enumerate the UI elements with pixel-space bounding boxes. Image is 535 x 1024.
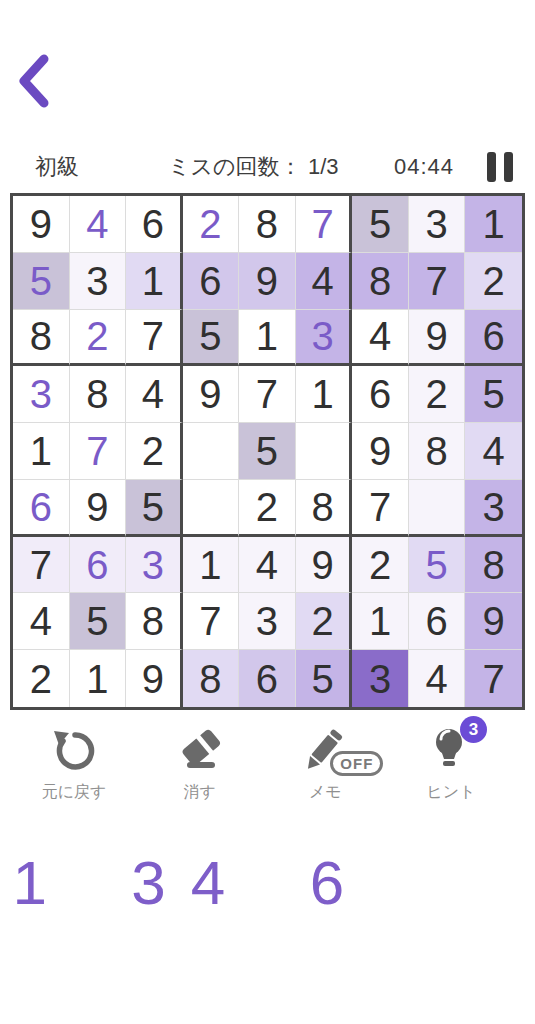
cell-r6c9[interactable]: 3 — [465, 480, 522, 537]
cell-r1c5[interactable]: 8 — [239, 196, 296, 253]
given-digit: 8 — [30, 316, 52, 356]
cell-r3c9[interactable]: 6 — [465, 310, 522, 367]
given-digit: 1 — [256, 316, 278, 356]
cell-r4c8[interactable]: 2 — [409, 366, 466, 423]
given-digit: 3 — [256, 601, 278, 641]
sudoku-grid: 9462875315316948728275134963849716251725… — [10, 193, 525, 710]
cell-r4c2[interactable]: 8 — [70, 366, 127, 423]
undo-label: 元に戻す — [42, 782, 107, 803]
given-digit: 8 — [86, 374, 108, 414]
cell-r2c8[interactable]: 7 — [409, 253, 466, 310]
given-digit: 9 — [30, 204, 52, 244]
cell-r7c6[interactable]: 9 — [296, 537, 353, 594]
cell-r4c3[interactable]: 4 — [126, 366, 183, 423]
cell-r8c2[interactable]: 5 — [70, 593, 127, 650]
cell-r7c8[interactable]: 5 — [409, 537, 466, 594]
given-digit: 6 — [256, 659, 278, 699]
numpad-digit-6[interactable]: 6 — [297, 832, 356, 932]
cell-r2c9[interactable]: 2 — [465, 253, 522, 310]
cell-r1c9[interactable]: 1 — [465, 196, 522, 253]
user-digit: 5 — [426, 545, 448, 585]
given-digit: 2 — [369, 545, 391, 585]
cell-r4c1[interactable]: 3 — [13, 366, 70, 423]
user-digit: 6 — [86, 545, 108, 585]
cell-r4c6[interactable]: 1 — [296, 366, 353, 423]
given-digit: 7 — [256, 374, 278, 414]
given-digit: 5 — [199, 316, 221, 356]
given-digit: 6 — [142, 204, 164, 244]
cell-r8c1[interactable]: 4 — [13, 593, 70, 650]
memo-button[interactable]: OFF メモ — [277, 724, 373, 803]
cell-r7c2[interactable]: 6 — [70, 537, 127, 594]
given-digit: 8 — [199, 659, 221, 699]
cell-r4c5[interactable]: 7 — [239, 366, 296, 423]
cell-r8c3[interactable]: 8 — [126, 593, 183, 650]
given-digit: 7 — [426, 261, 448, 301]
undo-button[interactable]: 元に戻す — [26, 724, 122, 803]
given-digit: 5 — [256, 431, 278, 471]
pause-icon — [487, 152, 496, 182]
given-digit: 8 — [142, 601, 164, 641]
pause-icon — [504, 152, 513, 182]
cell-r6c5[interactable]: 2 — [239, 480, 296, 537]
given-digit: 4 — [426, 659, 448, 699]
given-digit: 1 — [30, 431, 52, 471]
game-header: 初級 ミスの回数： 1/3 04:44 — [0, 146, 535, 188]
given-digit: 5 — [369, 204, 391, 244]
cell-r9c4[interactable]: 8 — [183, 650, 240, 707]
given-digit: 1 — [483, 204, 505, 244]
given-digit: 4 — [30, 601, 52, 641]
given-digit: 2 — [30, 659, 52, 699]
mistakes-label: ミスの回数： — [168, 152, 302, 182]
cell-r7c1[interactable]: 7 — [13, 537, 70, 594]
cell-r5c2[interactable]: 7 — [70, 423, 127, 480]
cell-r8c7[interactable]: 1 — [352, 593, 409, 650]
numpad-slot-empty-8 — [416, 832, 475, 932]
given-digit: 3 — [426, 204, 448, 244]
given-digit: 5 — [311, 659, 333, 699]
cell-r7c7[interactable]: 2 — [352, 537, 409, 594]
cell-r5c4[interactable] — [183, 423, 240, 480]
given-digit: 2 — [256, 487, 278, 527]
cell-r3c2[interactable]: 2 — [70, 310, 127, 367]
given-digit: 4 — [142, 374, 164, 414]
cell-r6c1[interactable]: 6 — [13, 480, 70, 537]
given-digit: 9 — [142, 659, 164, 699]
numpad-slot-empty-7 — [357, 832, 416, 932]
cell-r5c6[interactable] — [296, 423, 353, 480]
eraser-icon — [175, 724, 225, 776]
cell-r2c5[interactable]: 9 — [239, 253, 296, 310]
cell-r2c3[interactable]: 1 — [126, 253, 183, 310]
cell-r9c1[interactable]: 2 — [13, 650, 70, 707]
cell-r1c2[interactable]: 4 — [70, 196, 127, 253]
numpad-slot-empty-5 — [238, 832, 297, 932]
cell-r7c5[interactable]: 4 — [239, 537, 296, 594]
cell-r1c3[interactable]: 6 — [126, 196, 183, 253]
cell-r9c6[interactable]: 5 — [296, 650, 353, 707]
cell-r1c8[interactable]: 3 — [409, 196, 466, 253]
cell-r1c4[interactable]: 2 — [183, 196, 240, 253]
cell-r3c1[interactable]: 8 — [13, 310, 70, 367]
given-digit: 1 — [311, 374, 333, 414]
cell-r9c7[interactable]: 3 — [352, 650, 409, 707]
given-digit: 9 — [86, 487, 108, 527]
cell-r7c9[interactable]: 8 — [465, 537, 522, 594]
user-digit: 4 — [86, 204, 108, 244]
given-digit: 6 — [199, 261, 221, 301]
cell-r3c6[interactable]: 3 — [296, 310, 353, 367]
erase-label: 消す — [183, 782, 215, 803]
given-digit: 6 — [369, 374, 391, 414]
given-digit: 8 — [426, 431, 448, 471]
user-digit: 5 — [30, 261, 52, 301]
cell-r5c7[interactable]: 9 — [352, 423, 409, 480]
given-digit: 6 — [426, 601, 448, 641]
cell-r8c6[interactable]: 2 — [296, 593, 353, 650]
level-label: 初級 — [35, 152, 79, 182]
cell-r3c7[interactable]: 4 — [352, 310, 409, 367]
cell-r7c4[interactable]: 1 — [183, 537, 240, 594]
given-digit: 9 — [256, 261, 278, 301]
cell-r6c4[interactable] — [183, 480, 240, 537]
cell-r5c1[interactable]: 1 — [13, 423, 70, 480]
user-digit: 2 — [86, 316, 108, 356]
back-button[interactable] — [14, 52, 56, 110]
given-digit: 2 — [483, 261, 505, 301]
given-digit: 7 — [142, 316, 164, 356]
given-digit: 5 — [142, 487, 164, 527]
hint-label: ヒント — [426, 782, 475, 803]
user-digit: 2 — [199, 204, 221, 244]
cell-r6c6[interactable]: 8 — [296, 480, 353, 537]
numpad-slot-empty-9 — [476, 832, 535, 932]
mistakes-value: 1/3 — [308, 154, 339, 180]
number-pad: 1346 — [0, 832, 535, 932]
given-digit: 5 — [86, 601, 108, 641]
given-digit: 9 — [426, 316, 448, 356]
numpad-digit-4[interactable]: 4 — [178, 832, 237, 932]
cell-r8c4[interactable]: 7 — [183, 593, 240, 650]
given-digit: 1 — [369, 601, 391, 641]
numpad-slot-empty-2 — [59, 832, 118, 932]
given-digit: 3 — [86, 261, 108, 301]
cell-r2c2[interactable]: 3 — [70, 253, 127, 310]
given-digit: 1 — [199, 545, 221, 585]
numpad-digit-1[interactable]: 1 — [0, 832, 59, 932]
given-digit: 2 — [426, 374, 448, 414]
cell-r5c5[interactable]: 5 — [239, 423, 296, 480]
hint-badge: 3 — [460, 716, 487, 743]
cell-r1c7[interactable]: 5 — [352, 196, 409, 253]
user-digit: 3 — [30, 374, 52, 414]
given-digit: 4 — [483, 431, 505, 471]
lightbulb-icon: 3 — [429, 724, 473, 776]
cell-r2c4[interactable]: 6 — [183, 253, 240, 310]
given-digit: 4 — [256, 545, 278, 585]
given-digit: 8 — [311, 487, 333, 527]
cell-r3c8[interactable]: 9 — [409, 310, 466, 367]
user-digit: 7 — [86, 431, 108, 471]
given-digit: 9 — [483, 601, 505, 641]
given-digit: 3 — [369, 659, 391, 699]
erase-button[interactable]: 消す — [152, 724, 248, 803]
given-digit: 9 — [199, 374, 221, 414]
cell-r9c9[interactable]: 7 — [465, 650, 522, 707]
given-digit: 7 — [369, 487, 391, 527]
cell-r6c3[interactable]: 5 — [126, 480, 183, 537]
cell-r3c5[interactable]: 1 — [239, 310, 296, 367]
pause-button[interactable] — [487, 152, 513, 182]
cell-r7c3[interactable]: 3 — [126, 537, 183, 594]
given-digit: 8 — [483, 545, 505, 585]
cell-r9c3[interactable]: 9 — [126, 650, 183, 707]
pencil-icon: OFF — [301, 724, 349, 776]
cell-r3c4[interactable]: 5 — [183, 310, 240, 367]
given-digit: 9 — [369, 431, 391, 471]
user-digit: 3 — [311, 316, 333, 356]
user-digit: 6 — [30, 487, 52, 527]
cell-r6c8[interactable] — [409, 480, 466, 537]
given-digit: 9 — [311, 545, 333, 585]
given-digit: 4 — [311, 261, 333, 301]
cell-r5c8[interactable]: 8 — [409, 423, 466, 480]
given-digit: 2 — [311, 601, 333, 641]
memo-label: メモ — [309, 782, 342, 803]
cell-r5c3[interactable]: 2 — [126, 423, 183, 480]
given-digit: 8 — [256, 204, 278, 244]
numpad-digit-3[interactable]: 3 — [119, 832, 178, 932]
toolbar: 元に戻す 消す OFF メモ — [0, 724, 535, 803]
undo-icon — [50, 724, 98, 776]
cell-r8c9[interactable]: 9 — [465, 593, 522, 650]
user-digit: 7 — [311, 204, 333, 244]
cell-r2c6[interactable]: 4 — [296, 253, 353, 310]
cell-r9c8[interactable]: 4 — [409, 650, 466, 707]
hint-button[interactable]: 3 ヒント — [403, 724, 499, 803]
given-digit: 3 — [483, 487, 505, 527]
cell-r6c2[interactable]: 9 — [70, 480, 127, 537]
cell-r5c9[interactable]: 4 — [465, 423, 522, 480]
cell-r1c1[interactable]: 9 — [13, 196, 70, 253]
user-digit: 3 — [142, 545, 164, 585]
cell-r2c7[interactable]: 8 — [352, 253, 409, 310]
cell-r4c4[interactable]: 9 — [183, 366, 240, 423]
given-digit: 7 — [30, 545, 52, 585]
given-digit: 1 — [142, 261, 164, 301]
cell-r4c7[interactable]: 6 — [352, 366, 409, 423]
given-digit: 7 — [483, 659, 505, 699]
cell-r4c9[interactable]: 5 — [465, 366, 522, 423]
given-digit: 5 — [483, 374, 505, 414]
given-digit: 6 — [483, 316, 505, 356]
memo-off-pill: OFF — [330, 751, 383, 776]
given-digit: 4 — [369, 316, 391, 356]
given-digit: 2 — [142, 431, 164, 471]
cell-r6c7[interactable]: 7 — [352, 480, 409, 537]
cell-r2c1[interactable]: 5 — [13, 253, 70, 310]
given-digit: 8 — [369, 261, 391, 301]
cell-r9c5[interactable]: 6 — [239, 650, 296, 707]
cell-r8c5[interactable]: 3 — [239, 593, 296, 650]
cell-r3c3[interactable]: 7 — [126, 310, 183, 367]
timer-value: 04:44 — [394, 154, 454, 180]
cell-r9c2[interactable]: 1 — [70, 650, 127, 707]
cell-r1c6[interactable]: 7 — [296, 196, 353, 253]
cell-r8c8[interactable]: 6 — [409, 593, 466, 650]
given-digit: 7 — [199, 601, 221, 641]
chevron-left-icon — [14, 96, 56, 113]
given-digit: 1 — [86, 659, 108, 699]
